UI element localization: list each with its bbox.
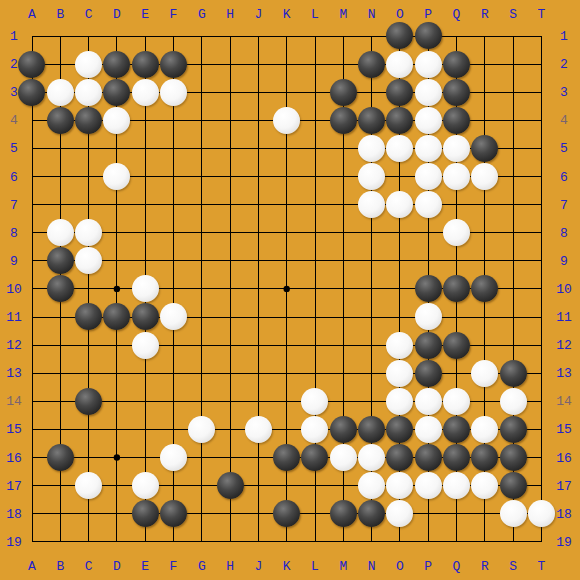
- point-E17[interactable]: [131, 471, 159, 499]
- point-G4[interactable]: [188, 106, 216, 134]
- point-P5[interactable]: [414, 134, 442, 162]
- point-M4[interactable]: [329, 106, 357, 134]
- point-G19[interactable]: [188, 528, 216, 556]
- point-T4[interactable]: [527, 106, 555, 134]
- point-A6[interactable]: [18, 162, 46, 190]
- point-B18[interactable]: [46, 500, 74, 528]
- point-E8[interactable]: [131, 219, 159, 247]
- point-B10[interactable]: [46, 275, 74, 303]
- point-T2[interactable]: [527, 50, 555, 78]
- point-R18[interactable]: [471, 500, 499, 528]
- point-C9[interactable]: [74, 247, 102, 275]
- point-J15[interactable]: [244, 415, 272, 443]
- point-C16[interactable]: [74, 443, 102, 471]
- point-S13[interactable]: [499, 359, 527, 387]
- point-K16[interactable]: [273, 443, 301, 471]
- point-T19[interactable]: [527, 528, 555, 556]
- point-L2[interactable]: [301, 50, 329, 78]
- point-D4[interactable]: [103, 106, 131, 134]
- point-H6[interactable]: [216, 162, 244, 190]
- point-H9[interactable]: [216, 247, 244, 275]
- point-A7[interactable]: [18, 191, 46, 219]
- point-N7[interactable]: [357, 191, 385, 219]
- point-T1[interactable]: [527, 22, 555, 50]
- point-T15[interactable]: [527, 415, 555, 443]
- point-C5[interactable]: [74, 134, 102, 162]
- point-K14[interactable]: [273, 387, 301, 415]
- point-J5[interactable]: [244, 134, 272, 162]
- point-F18[interactable]: [159, 500, 187, 528]
- point-B12[interactable]: [46, 331, 74, 359]
- point-T9[interactable]: [527, 247, 555, 275]
- point-F16[interactable]: [159, 443, 187, 471]
- point-Q11[interactable]: [442, 303, 470, 331]
- point-S12[interactable]: [499, 331, 527, 359]
- point-D10[interactable]: [103, 275, 131, 303]
- point-T7[interactable]: [527, 191, 555, 219]
- point-F9[interactable]: [159, 247, 187, 275]
- point-E6[interactable]: [131, 162, 159, 190]
- point-O8[interactable]: [386, 219, 414, 247]
- point-B6[interactable]: [46, 162, 74, 190]
- point-A13[interactable]: [18, 359, 46, 387]
- point-N15[interactable]: [357, 415, 385, 443]
- point-E9[interactable]: [131, 247, 159, 275]
- point-N19[interactable]: [357, 528, 385, 556]
- point-H10[interactable]: [216, 275, 244, 303]
- point-T5[interactable]: [527, 134, 555, 162]
- point-D13[interactable]: [103, 359, 131, 387]
- point-Q14[interactable]: [442, 387, 470, 415]
- point-K9[interactable]: [273, 247, 301, 275]
- point-Q16[interactable]: [442, 443, 470, 471]
- point-P14[interactable]: [414, 387, 442, 415]
- point-G15[interactable]: [188, 415, 216, 443]
- point-R9[interactable]: [471, 247, 499, 275]
- point-C17[interactable]: [74, 471, 102, 499]
- point-L10[interactable]: [301, 275, 329, 303]
- point-G3[interactable]: [188, 78, 216, 106]
- point-H16[interactable]: [216, 443, 244, 471]
- point-C13[interactable]: [74, 359, 102, 387]
- point-C1[interactable]: [74, 22, 102, 50]
- point-M15[interactable]: [329, 415, 357, 443]
- point-N18[interactable]: [357, 500, 385, 528]
- point-M18[interactable]: [329, 500, 357, 528]
- point-S4[interactable]: [499, 106, 527, 134]
- point-R7[interactable]: [471, 191, 499, 219]
- point-F8[interactable]: [159, 219, 187, 247]
- point-S16[interactable]: [499, 443, 527, 471]
- point-N5[interactable]: [357, 134, 385, 162]
- point-O16[interactable]: [386, 443, 414, 471]
- point-G8[interactable]: [188, 219, 216, 247]
- point-D5[interactable]: [103, 134, 131, 162]
- point-O9[interactable]: [386, 247, 414, 275]
- point-A19[interactable]: [18, 528, 46, 556]
- point-O2[interactable]: [386, 50, 414, 78]
- point-R13[interactable]: [471, 359, 499, 387]
- point-D18[interactable]: [103, 500, 131, 528]
- point-D11[interactable]: [103, 303, 131, 331]
- point-N17[interactable]: [357, 471, 385, 499]
- point-D2[interactable]: [103, 50, 131, 78]
- point-C15[interactable]: [74, 415, 102, 443]
- point-Q2[interactable]: [442, 50, 470, 78]
- point-B13[interactable]: [46, 359, 74, 387]
- point-S7[interactable]: [499, 191, 527, 219]
- point-M14[interactable]: [329, 387, 357, 415]
- point-R15[interactable]: [471, 415, 499, 443]
- point-E19[interactable]: [131, 528, 159, 556]
- point-H11[interactable]: [216, 303, 244, 331]
- point-K8[interactable]: [273, 219, 301, 247]
- point-C8[interactable]: [74, 219, 102, 247]
- point-J14[interactable]: [244, 387, 272, 415]
- point-C18[interactable]: [74, 500, 102, 528]
- point-N2[interactable]: [357, 50, 385, 78]
- point-F5[interactable]: [159, 134, 187, 162]
- point-A8[interactable]: [18, 219, 46, 247]
- point-C14[interactable]: [74, 387, 102, 415]
- point-Q1[interactable]: [442, 22, 470, 50]
- point-S10[interactable]: [499, 275, 527, 303]
- point-J19[interactable]: [244, 528, 272, 556]
- point-Q12[interactable]: [442, 331, 470, 359]
- point-L11[interactable]: [301, 303, 329, 331]
- point-O18[interactable]: [386, 500, 414, 528]
- point-E7[interactable]: [131, 191, 159, 219]
- point-F12[interactable]: [159, 331, 187, 359]
- point-M16[interactable]: [329, 443, 357, 471]
- point-R14[interactable]: [471, 387, 499, 415]
- point-P16[interactable]: [414, 443, 442, 471]
- point-S2[interactable]: [499, 50, 527, 78]
- point-Q5[interactable]: [442, 134, 470, 162]
- point-C19[interactable]: [74, 528, 102, 556]
- point-S17[interactable]: [499, 471, 527, 499]
- point-T11[interactable]: [527, 303, 555, 331]
- point-L3[interactable]: [301, 78, 329, 106]
- point-Q10[interactable]: [442, 275, 470, 303]
- point-A2[interactable]: [18, 50, 46, 78]
- point-H3[interactable]: [216, 78, 244, 106]
- point-T14[interactable]: [527, 387, 555, 415]
- point-L18[interactable]: [301, 500, 329, 528]
- point-O12[interactable]: [386, 331, 414, 359]
- point-S5[interactable]: [499, 134, 527, 162]
- point-Q3[interactable]: [442, 78, 470, 106]
- point-E16[interactable]: [131, 443, 159, 471]
- point-R2[interactable]: [471, 50, 499, 78]
- point-H4[interactable]: [216, 106, 244, 134]
- point-R5[interactable]: [471, 134, 499, 162]
- point-P2[interactable]: [414, 50, 442, 78]
- point-J1[interactable]: [244, 22, 272, 50]
- point-O19[interactable]: [386, 528, 414, 556]
- point-K3[interactable]: [273, 78, 301, 106]
- point-K15[interactable]: [273, 415, 301, 443]
- point-M9[interactable]: [329, 247, 357, 275]
- point-A17[interactable]: [18, 471, 46, 499]
- point-L1[interactable]: [301, 22, 329, 50]
- point-C12[interactable]: [74, 331, 102, 359]
- point-E5[interactable]: [131, 134, 159, 162]
- point-J11[interactable]: [244, 303, 272, 331]
- point-D9[interactable]: [103, 247, 131, 275]
- point-J9[interactable]: [244, 247, 272, 275]
- point-L15[interactable]: [301, 415, 329, 443]
- point-H1[interactable]: [216, 22, 244, 50]
- point-K12[interactable]: [273, 331, 301, 359]
- point-G13[interactable]: [188, 359, 216, 387]
- point-B19[interactable]: [46, 528, 74, 556]
- point-C2[interactable]: [74, 50, 102, 78]
- point-M17[interactable]: [329, 471, 357, 499]
- point-Q17[interactable]: [442, 471, 470, 499]
- point-B16[interactable]: [46, 443, 74, 471]
- point-L5[interactable]: [301, 134, 329, 162]
- point-P13[interactable]: [414, 359, 442, 387]
- point-G12[interactable]: [188, 331, 216, 359]
- point-Q18[interactable]: [442, 500, 470, 528]
- point-R8[interactable]: [471, 219, 499, 247]
- point-F3[interactable]: [159, 78, 187, 106]
- point-M13[interactable]: [329, 359, 357, 387]
- point-E18[interactable]: [131, 500, 159, 528]
- point-P1[interactable]: [414, 22, 442, 50]
- point-G9[interactable]: [188, 247, 216, 275]
- point-B15[interactable]: [46, 415, 74, 443]
- point-J4[interactable]: [244, 106, 272, 134]
- point-M6[interactable]: [329, 162, 357, 190]
- point-L4[interactable]: [301, 106, 329, 134]
- point-K13[interactable]: [273, 359, 301, 387]
- point-O15[interactable]: [386, 415, 414, 443]
- point-T13[interactable]: [527, 359, 555, 387]
- point-O13[interactable]: [386, 359, 414, 387]
- point-P9[interactable]: [414, 247, 442, 275]
- point-Q13[interactable]: [442, 359, 470, 387]
- point-J13[interactable]: [244, 359, 272, 387]
- point-C7[interactable]: [74, 191, 102, 219]
- point-F11[interactable]: [159, 303, 187, 331]
- point-L9[interactable]: [301, 247, 329, 275]
- point-T12[interactable]: [527, 331, 555, 359]
- point-L13[interactable]: [301, 359, 329, 387]
- point-Q9[interactable]: [442, 247, 470, 275]
- point-E15[interactable]: [131, 415, 159, 443]
- point-M11[interactable]: [329, 303, 357, 331]
- point-M1[interactable]: [329, 22, 357, 50]
- point-O10[interactable]: [386, 275, 414, 303]
- point-L16[interactable]: [301, 443, 329, 471]
- point-L19[interactable]: [301, 528, 329, 556]
- point-N8[interactable]: [357, 219, 385, 247]
- point-B9[interactable]: [46, 247, 74, 275]
- point-H15[interactable]: [216, 415, 244, 443]
- point-F2[interactable]: [159, 50, 187, 78]
- point-O4[interactable]: [386, 106, 414, 134]
- point-A1[interactable]: [18, 22, 46, 50]
- point-C3[interactable]: [74, 78, 102, 106]
- point-S14[interactable]: [499, 387, 527, 415]
- point-C6[interactable]: [74, 162, 102, 190]
- point-T3[interactable]: [527, 78, 555, 106]
- point-T8[interactable]: [527, 219, 555, 247]
- point-N16[interactable]: [357, 443, 385, 471]
- point-P17[interactable]: [414, 471, 442, 499]
- point-L12[interactable]: [301, 331, 329, 359]
- point-R16[interactable]: [471, 443, 499, 471]
- point-A16[interactable]: [18, 443, 46, 471]
- point-S9[interactable]: [499, 247, 527, 275]
- point-B3[interactable]: [46, 78, 74, 106]
- point-T18[interactable]: [527, 500, 555, 528]
- point-P11[interactable]: [414, 303, 442, 331]
- point-S3[interactable]: [499, 78, 527, 106]
- point-F1[interactable]: [159, 22, 187, 50]
- point-E2[interactable]: [131, 50, 159, 78]
- point-O1[interactable]: [386, 22, 414, 50]
- point-J6[interactable]: [244, 162, 272, 190]
- point-H13[interactable]: [216, 359, 244, 387]
- point-S18[interactable]: [499, 500, 527, 528]
- point-O3[interactable]: [386, 78, 414, 106]
- point-P4[interactable]: [414, 106, 442, 134]
- point-J8[interactable]: [244, 219, 272, 247]
- point-F4[interactable]: [159, 106, 187, 134]
- point-E4[interactable]: [131, 106, 159, 134]
- point-J12[interactable]: [244, 331, 272, 359]
- point-K7[interactable]: [273, 191, 301, 219]
- point-G14[interactable]: [188, 387, 216, 415]
- point-R19[interactable]: [471, 528, 499, 556]
- point-D8[interactable]: [103, 219, 131, 247]
- point-A15[interactable]: [18, 415, 46, 443]
- point-B17[interactable]: [46, 471, 74, 499]
- point-L14[interactable]: [301, 387, 329, 415]
- point-E12[interactable]: [131, 331, 159, 359]
- point-E1[interactable]: [131, 22, 159, 50]
- point-D7[interactable]: [103, 191, 131, 219]
- point-K10[interactable]: [273, 275, 301, 303]
- point-D6[interactable]: [103, 162, 131, 190]
- point-J2[interactable]: [244, 50, 272, 78]
- point-P6[interactable]: [414, 162, 442, 190]
- point-G2[interactable]: [188, 50, 216, 78]
- point-D12[interactable]: [103, 331, 131, 359]
- point-H5[interactable]: [216, 134, 244, 162]
- point-S11[interactable]: [499, 303, 527, 331]
- point-O14[interactable]: [386, 387, 414, 415]
- point-N3[interactable]: [357, 78, 385, 106]
- point-A5[interactable]: [18, 134, 46, 162]
- point-R12[interactable]: [471, 331, 499, 359]
- point-S8[interactable]: [499, 219, 527, 247]
- point-F10[interactable]: [159, 275, 187, 303]
- point-E14[interactable]: [131, 387, 159, 415]
- point-P8[interactable]: [414, 219, 442, 247]
- point-T6[interactable]: [527, 162, 555, 190]
- point-Q6[interactable]: [442, 162, 470, 190]
- point-A9[interactable]: [18, 247, 46, 275]
- point-H18[interactable]: [216, 500, 244, 528]
- point-D14[interactable]: [103, 387, 131, 415]
- point-L17[interactable]: [301, 471, 329, 499]
- point-K18[interactable]: [273, 500, 301, 528]
- point-N6[interactable]: [357, 162, 385, 190]
- point-H19[interactable]: [216, 528, 244, 556]
- point-J3[interactable]: [244, 78, 272, 106]
- point-P12[interactable]: [414, 331, 442, 359]
- point-G16[interactable]: [188, 443, 216, 471]
- point-T10[interactable]: [527, 275, 555, 303]
- point-H17[interactable]: [216, 471, 244, 499]
- point-H7[interactable]: [216, 191, 244, 219]
- point-C4[interactable]: [74, 106, 102, 134]
- point-M3[interactable]: [329, 78, 357, 106]
- point-E11[interactable]: [131, 303, 159, 331]
- point-H12[interactable]: [216, 331, 244, 359]
- point-N9[interactable]: [357, 247, 385, 275]
- point-G18[interactable]: [188, 500, 216, 528]
- point-G5[interactable]: [188, 134, 216, 162]
- point-O6[interactable]: [386, 162, 414, 190]
- point-K17[interactable]: [273, 471, 301, 499]
- point-D17[interactable]: [103, 471, 131, 499]
- point-S6[interactable]: [499, 162, 527, 190]
- point-P7[interactable]: [414, 191, 442, 219]
- point-S15[interactable]: [499, 415, 527, 443]
- point-B2[interactable]: [46, 50, 74, 78]
- point-R6[interactable]: [471, 162, 499, 190]
- point-K2[interactable]: [273, 50, 301, 78]
- point-F13[interactable]: [159, 359, 187, 387]
- point-L7[interactable]: [301, 191, 329, 219]
- point-O11[interactable]: [386, 303, 414, 331]
- point-N4[interactable]: [357, 106, 385, 134]
- point-M8[interactable]: [329, 219, 357, 247]
- point-E10[interactable]: [131, 275, 159, 303]
- point-J18[interactable]: [244, 500, 272, 528]
- point-T17[interactable]: [527, 471, 555, 499]
- point-G10[interactable]: [188, 275, 216, 303]
- point-C10[interactable]: [74, 275, 102, 303]
- point-M2[interactable]: [329, 50, 357, 78]
- point-D15[interactable]: [103, 415, 131, 443]
- point-Q19[interactable]: [442, 528, 470, 556]
- point-L8[interactable]: [301, 219, 329, 247]
- point-K19[interactable]: [273, 528, 301, 556]
- point-G17[interactable]: [188, 471, 216, 499]
- point-N10[interactable]: [357, 275, 385, 303]
- point-F6[interactable]: [159, 162, 187, 190]
- point-P19[interactable]: [414, 528, 442, 556]
- point-D16[interactable]: [103, 443, 131, 471]
- point-N14[interactable]: [357, 387, 385, 415]
- point-R17[interactable]: [471, 471, 499, 499]
- point-A3[interactable]: [18, 78, 46, 106]
- point-K5[interactable]: [273, 134, 301, 162]
- point-K1[interactable]: [273, 22, 301, 50]
- point-O7[interactable]: [386, 191, 414, 219]
- point-N13[interactable]: [357, 359, 385, 387]
- point-S19[interactable]: [499, 528, 527, 556]
- point-J16[interactable]: [244, 443, 272, 471]
- point-M5[interactable]: [329, 134, 357, 162]
- point-A18[interactable]: [18, 500, 46, 528]
